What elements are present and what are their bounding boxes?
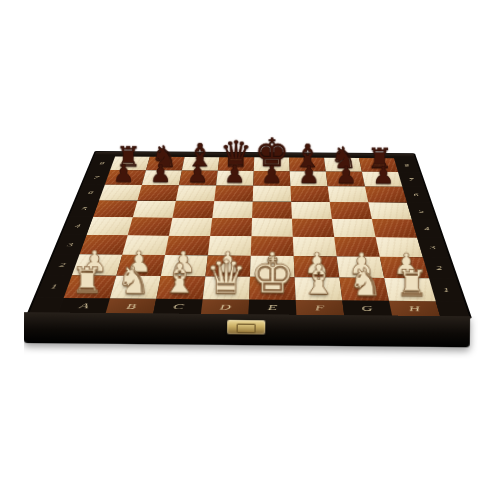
- square-e3[interactable]: [251, 236, 294, 256]
- square-a7[interactable]: ♟: [105, 170, 146, 185]
- square-h6[interactable]: [365, 187, 407, 203]
- square-d6[interactable]: [214, 186, 253, 202]
- rank-label-right-5: 5: [407, 203, 436, 220]
- square-h4[interactable]: [372, 219, 417, 237]
- latch-plate: [237, 324, 256, 334]
- square-d5[interactable]: [212, 201, 252, 218]
- square-a5[interactable]: [93, 200, 137, 217]
- square-f8[interactable]: ♝: [289, 158, 326, 172]
- square-e5[interactable]: [252, 201, 292, 218]
- square-e4[interactable]: [251, 218, 292, 236]
- square-h2[interactable]: ♟: [380, 257, 429, 278]
- square-b7[interactable]: ♟: [142, 170, 182, 185]
- square-c8[interactable]: ♝: [182, 157, 220, 171]
- square-f3[interactable]: [293, 237, 337, 257]
- rank-label-right-8: 8: [394, 158, 420, 172]
- square-c4[interactable]: [169, 218, 212, 236]
- rank-label-right-4: 4: [412, 219, 442, 237]
- square-d1[interactable]: ♛: [203, 276, 250, 299]
- square-g7[interactable]: ♟: [326, 172, 365, 187]
- square-e8[interactable]: ♚: [254, 157, 290, 171]
- square-d2[interactable]: ♟: [205, 255, 250, 276]
- square-a8[interactable]: ♜: [110, 156, 150, 170]
- square-f2[interactable]: ♟: [294, 256, 340, 277]
- square-a2[interactable]: ♟: [72, 254, 122, 275]
- square-g6[interactable]: [328, 186, 369, 202]
- square-d3[interactable]: [208, 236, 252, 256]
- square-f4[interactable]: [292, 219, 334, 237]
- square-a1[interactable]: ♜: [64, 275, 117, 298]
- square-h5[interactable]: [368, 202, 412, 219]
- square-c6[interactable]: [176, 185, 216, 201]
- rank-label-right-7: 7: [398, 172, 425, 187]
- square-c7[interactable]: ♟: [179, 171, 218, 186]
- square-e7[interactable]: ♟: [253, 171, 290, 186]
- square-b1[interactable]: ♞: [110, 276, 161, 299]
- square-f6[interactable]: [290, 186, 329, 202]
- square-c2[interactable]: ♟: [161, 255, 208, 276]
- square-e6[interactable]: [253, 186, 291, 202]
- square-g1[interactable]: ♞: [339, 278, 389, 301]
- square-h3[interactable]: [376, 237, 423, 257]
- square-b6[interactable]: [137, 185, 178, 201]
- square-b8[interactable]: ♞: [146, 157, 185, 171]
- rank-label-left-6: 6: [76, 185, 105, 201]
- square-b5[interactable]: [133, 201, 176, 218]
- square-d7[interactable]: ♟: [216, 171, 254, 186]
- square-d8[interactable]: ♛: [218, 157, 254, 171]
- perspective-scene: 8♜♞♝♛♚♝♞♜87♟♟♟♟♟♟♟♟7665544332♟♟♟♟♟♟♟♟21♜…: [66, 40, 434, 400]
- square-f7[interactable]: ♟: [290, 171, 328, 186]
- square-g4[interactable]: [332, 219, 376, 237]
- square-d4[interactable]: [210, 218, 252, 236]
- square-c1[interactable]: ♝: [156, 276, 205, 299]
- square-b4[interactable]: [128, 217, 173, 235]
- folding-chess-box: 8♜♞♝♛♚♝♞♜87♟♟♟♟♟♟♟♟7665544332♟♟♟♟♟♟♟♟21♜…: [28, 151, 467, 316]
- square-f1[interactable]: ♝: [295, 277, 343, 300]
- square-g3[interactable]: [334, 237, 380, 257]
- square-h8[interactable]: ♜: [359, 158, 398, 172]
- square-b3[interactable]: [122, 235, 169, 255]
- square-e1[interactable]: ♚: [249, 277, 296, 300]
- latch-icon: [227, 320, 265, 335]
- square-b2[interactable]: ♟: [116, 255, 165, 276]
- square-c5[interactable]: [172, 201, 214, 218]
- rank-label-right-1: 1: [429, 278, 464, 301]
- square-g8[interactable]: ♞: [324, 158, 362, 172]
- square-h7[interactable]: ♟: [362, 172, 402, 187]
- square-a4[interactable]: [87, 217, 133, 235]
- square-a3[interactable]: [79, 235, 127, 255]
- square-e2[interactable]: ♟: [250, 256, 295, 277]
- square-g5[interactable]: [330, 202, 372, 219]
- square-a6[interactable]: [99, 185, 142, 201]
- square-f5[interactable]: [291, 202, 332, 219]
- chess-board: 8♜♞♝♛♚♝♞♜87♟♟♟♟♟♟♟♟7665544332♟♟♟♟♟♟♟♟21♜…: [27, 151, 473, 319]
- square-g2[interactable]: ♟: [337, 256, 385, 277]
- product-photo-stage: 8♜♞♝♛♚♝♞♜87♟♟♟♟♟♟♟♟7665544332♟♟♟♟♟♟♟♟21♜…: [0, 0, 500, 500]
- square-c3[interactable]: [165, 236, 210, 256]
- square-h1[interactable]: ♜: [384, 278, 436, 301]
